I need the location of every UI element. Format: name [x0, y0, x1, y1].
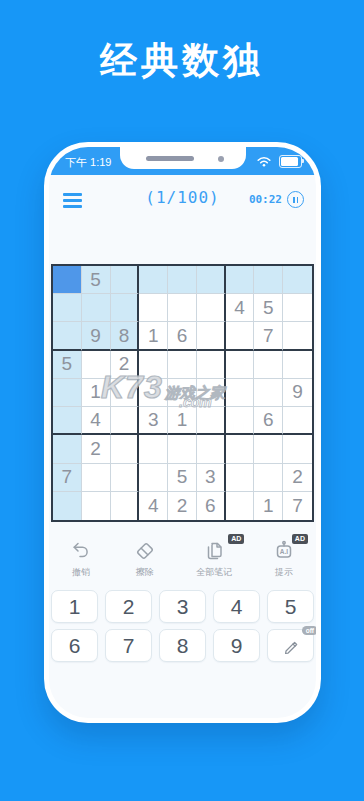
- cell-r0c8[interactable]: [283, 266, 312, 294]
- cell-r5c2[interactable]: [111, 407, 140, 435]
- cell-r0c6[interactable]: [226, 266, 255, 294]
- numpad-4[interactable]: 4: [213, 590, 260, 623]
- cell-r0c7[interactable]: [254, 266, 283, 294]
- numpad-9[interactable]: 9: [213, 629, 260, 662]
- cell-r7c6[interactable]: [226, 464, 255, 492]
- cell-r4c0[interactable]: [53, 379, 82, 407]
- cell-r8c7[interactable]: 1: [254, 492, 283, 520]
- cell-r0c2[interactable]: [111, 266, 140, 294]
- cell-r1c2[interactable]: [111, 294, 140, 322]
- cell-r2c5[interactable]: [197, 322, 226, 350]
- cell-r7c0[interactable]: 7: [53, 464, 82, 492]
- cell-r5c4[interactable]: 1: [168, 407, 197, 435]
- undo-icon: [69, 539, 93, 563]
- cell-r2c3[interactable]: 1: [139, 322, 168, 350]
- cell-r7c4[interactable]: 5: [168, 464, 197, 492]
- phone-mockup: 下午 1:19 (1/100) 00:22 5459: [44, 142, 321, 723]
- status-bar: 下午 1:19: [49, 147, 316, 175]
- cell-r1c7[interactable]: 5: [254, 294, 283, 322]
- cell-r1c5[interactable]: [197, 294, 226, 322]
- toolbar: 撤销 擦除 AD 全部笔记 AD: [49, 539, 316, 579]
- erase-button[interactable]: 擦除: [133, 539, 157, 579]
- pencil-toggle-button[interactable]: off: [267, 629, 314, 662]
- cell-r6c0[interactable]: [53, 435, 82, 463]
- undo-button[interactable]: 撤销: [69, 539, 93, 579]
- ad-badge: AD: [292, 534, 308, 544]
- cell-r8c1[interactable]: [82, 492, 111, 520]
- hint-label: 提示: [275, 566, 293, 579]
- wifi-icon: [256, 155, 272, 167]
- numpad-1[interactable]: 1: [51, 590, 98, 623]
- undo-label: 撤销: [72, 566, 90, 579]
- numpad-2[interactable]: 2: [105, 590, 152, 623]
- svg-text:A.I: A.I: [280, 548, 289, 555]
- cell-r1c8[interactable]: [283, 294, 312, 322]
- cell-r2c7[interactable]: 7: [254, 322, 283, 350]
- all-notes-button[interactable]: AD 全部笔记: [196, 539, 232, 579]
- cell-r3c2[interactable]: 2: [111, 351, 140, 379]
- cell-r6c3[interactable]: [139, 435, 168, 463]
- cell-r1c6[interactable]: 4: [226, 294, 255, 322]
- cell-r2c6[interactable]: [226, 322, 255, 350]
- cell-r4c7[interactable]: [254, 379, 283, 407]
- cell-r6c7[interactable]: [254, 435, 283, 463]
- numpad-6[interactable]: 6: [51, 629, 98, 662]
- cell-r3c0[interactable]: 5: [53, 351, 82, 379]
- cell-r3c3[interactable]: [139, 351, 168, 379]
- numpad-8[interactable]: 8: [159, 629, 206, 662]
- cell-r1c3[interactable]: [139, 294, 168, 322]
- cell-r3c4[interactable]: [168, 351, 197, 379]
- cell-r4c5[interactable]: [197, 379, 226, 407]
- cell-r5c5[interactable]: [197, 407, 226, 435]
- pause-button[interactable]: [287, 191, 304, 208]
- phone-notch: [120, 147, 246, 169]
- cell-r6c8[interactable]: [283, 435, 312, 463]
- speaker-grille: [146, 156, 194, 161]
- cell-r7c3[interactable]: [139, 464, 168, 492]
- cell-r3c6[interactable]: [226, 351, 255, 379]
- pencil-icon: [282, 637, 300, 655]
- cell-r5c0[interactable]: [53, 407, 82, 435]
- cell-r5c3[interactable]: 3: [139, 407, 168, 435]
- cell-r2c8[interactable]: [283, 322, 312, 350]
- cell-r0c0[interactable]: [53, 266, 82, 294]
- cell-r7c1[interactable]: [82, 464, 111, 492]
- cell-r0c3[interactable]: [139, 266, 168, 294]
- cell-r2c4[interactable]: 6: [168, 322, 197, 350]
- battery-icon: [279, 155, 302, 168]
- cell-r1c0[interactable]: [53, 294, 82, 322]
- cell-r2c0[interactable]: [53, 322, 82, 350]
- cell-r8c8[interactable]: 7: [283, 492, 312, 520]
- cell-r6c2[interactable]: [111, 435, 140, 463]
- ad-badge: AD: [228, 534, 244, 544]
- cell-r0c1[interactable]: 5: [82, 266, 111, 294]
- cell-r5c6[interactable]: [226, 407, 255, 435]
- cell-r3c8[interactable]: [283, 351, 312, 379]
- notes-icon: [202, 539, 226, 563]
- number-pad: 1 2 3 4 5 6 7 8 9 off: [51, 590, 314, 662]
- cell-r2c2[interactable]: 8: [111, 322, 140, 350]
- cell-r4c3[interactable]: [139, 379, 168, 407]
- numpad-7[interactable]: 7: [105, 629, 152, 662]
- numpad-3[interactable]: 3: [159, 590, 206, 623]
- cell-r5c1[interactable]: 4: [82, 407, 111, 435]
- cell-r7c7[interactable]: [254, 464, 283, 492]
- clock-time: 下午 1:19: [65, 155, 111, 170]
- game-timer: 00:22: [249, 193, 282, 206]
- cell-r8c2[interactable]: [111, 492, 140, 520]
- numpad-5[interactable]: 5: [267, 590, 314, 623]
- cell-r0c4[interactable]: [168, 266, 197, 294]
- cell-r3c1[interactable]: [82, 351, 111, 379]
- camera-dot: [218, 156, 224, 162]
- cell-r4c1[interactable]: 1: [82, 379, 111, 407]
- cell-r8c0[interactable]: [53, 492, 82, 520]
- cell-r1c4[interactable]: [168, 294, 197, 322]
- cell-r5c8[interactable]: [283, 407, 312, 435]
- cell-r4c8[interactable]: 9: [283, 379, 312, 407]
- all-notes-label: 全部笔记: [196, 566, 232, 579]
- cell-r6c6[interactable]: [226, 435, 255, 463]
- cell-r2c1[interactable]: 9: [82, 322, 111, 350]
- page-title: 经典数独: [0, 36, 364, 86]
- hint-button[interactable]: AD A.I 提示: [272, 539, 296, 579]
- cell-r8c5[interactable]: 6: [197, 492, 226, 520]
- cell-r6c1[interactable]: 2: [82, 435, 111, 463]
- cell-r6c5[interactable]: [197, 435, 226, 463]
- cell-r0c5[interactable]: [197, 266, 226, 294]
- cell-r6c4[interactable]: [168, 435, 197, 463]
- cell-r3c5[interactable]: [197, 351, 226, 379]
- cell-r4c4[interactable]: [168, 379, 197, 407]
- cell-r7c5[interactable]: 3: [197, 464, 226, 492]
- app-screen: 下午 1:19 (1/100) 00:22 5459: [49, 147, 316, 718]
- cell-r8c4[interactable]: 2: [168, 492, 197, 520]
- cell-r5c7[interactable]: 6: [254, 407, 283, 435]
- cell-r7c2[interactable]: [111, 464, 140, 492]
- cell-r8c3[interactable]: 4: [139, 492, 168, 520]
- cell-r1c1[interactable]: [82, 294, 111, 322]
- cell-r7c8[interactable]: 2: [283, 464, 312, 492]
- cell-r4c6[interactable]: [226, 379, 255, 407]
- cell-r3c7[interactable]: [254, 351, 283, 379]
- erase-label: 擦除: [136, 566, 154, 579]
- eraser-icon: [133, 539, 157, 563]
- pencil-off-badge: off: [302, 626, 316, 635]
- cell-r4c2[interactable]: [111, 379, 140, 407]
- cell-r8c6[interactable]: [226, 492, 255, 520]
- sudoku-board: 54598167521943162753242617: [51, 264, 314, 522]
